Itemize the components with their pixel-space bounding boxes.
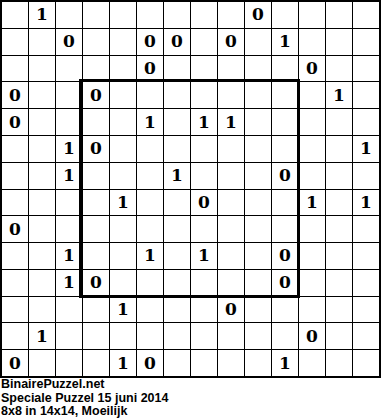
cell-r8c4[interactable]: [83, 190, 109, 216]
cell-r5c6: 1: [137, 109, 163, 135]
binary-puzzle-board: 1000001000010111101110101101110100101001…: [0, 0, 381, 378]
cell-r14c1: 0: [2, 350, 28, 376]
cell-r8c9[interactable]: [218, 190, 244, 216]
cell-r10c12[interactable]: [299, 243, 325, 269]
cell-r2c6: 0: [137, 29, 163, 55]
cell-r8c7[interactable]: [164, 190, 190, 216]
cell-r7c10[interactable]: [245, 163, 271, 189]
cell-r9c8[interactable]: [191, 216, 217, 242]
cell-r2c1[interactable]: [2, 29, 28, 55]
cell-r11c14[interactable]: [353, 270, 379, 296]
cell-r5c3[interactable]: [56, 109, 82, 135]
cell-r6c10[interactable]: [245, 136, 271, 162]
cell-r4c4: 0: [83, 82, 109, 108]
cell-r11c12[interactable]: [299, 270, 325, 296]
cell-r8c10[interactable]: [245, 190, 271, 216]
cell-r9c4[interactable]: [83, 216, 109, 242]
cell-r7c8[interactable]: [191, 163, 217, 189]
cell-r13c6[interactable]: [137, 323, 163, 349]
cell-r10c13[interactable]: [326, 243, 352, 269]
site-name: BinairePuzzel.net: [1, 378, 381, 392]
cell-r12c1[interactable]: [2, 297, 28, 323]
cell-r7c1[interactable]: [2, 163, 28, 189]
cell-r10c9[interactable]: [218, 243, 244, 269]
cell-r2c2[interactable]: [29, 29, 55, 55]
cell-r11c13[interactable]: [326, 270, 352, 296]
cell-r1c13[interactable]: [326, 2, 352, 28]
cell-r7c9[interactable]: [218, 163, 244, 189]
cell-r13c14[interactable]: [353, 323, 379, 349]
cell-r10c3: 1: [56, 243, 82, 269]
cell-r3c5[interactable]: [110, 56, 136, 82]
cell-r6c12[interactable]: [299, 136, 325, 162]
cell-r10c8: 1: [191, 243, 217, 269]
cell-r2c10[interactable]: [245, 29, 271, 55]
cell-r8c2[interactable]: [29, 190, 55, 216]
cell-r7c14[interactable]: [353, 163, 379, 189]
cell-r10c5[interactable]: [110, 243, 136, 269]
cell-r6c14: 1: [353, 136, 379, 162]
cell-r13c7[interactable]: [164, 323, 190, 349]
cell-r3c14[interactable]: [353, 56, 379, 82]
cell-r12c14[interactable]: [353, 297, 379, 323]
cell-r8c12: 1: [299, 190, 325, 216]
cell-r5c1: 0: [2, 109, 28, 135]
cell-r1c5[interactable]: [110, 2, 136, 28]
cell-r9c1: 0: [2, 216, 28, 242]
cell-r13c9[interactable]: [218, 323, 244, 349]
cell-r13c4[interactable]: [83, 323, 109, 349]
cell-r4c7[interactable]: [164, 82, 190, 108]
cell-r5c9: 1: [218, 109, 244, 135]
cell-r8c6[interactable]: [137, 190, 163, 216]
cell-r4c10[interactable]: [245, 82, 271, 108]
cell-r8c14: 1: [353, 190, 379, 216]
cell-r14c12[interactable]: [299, 350, 325, 376]
cell-r12c7[interactable]: [164, 297, 190, 323]
cell-r8c13[interactable]: [326, 190, 352, 216]
cell-r9c12[interactable]: [299, 216, 325, 242]
cell-r9c2[interactable]: [29, 216, 55, 242]
cell-r4c1: 0: [2, 82, 28, 108]
cell-r11c10[interactable]: [245, 270, 271, 296]
cell-r7c7: 1: [164, 163, 190, 189]
cell-r1c4[interactable]: [83, 2, 109, 28]
cell-r3c13[interactable]: [326, 56, 352, 82]
cell-r7c12[interactable]: [299, 163, 325, 189]
cell-r1c12[interactable]: [299, 2, 325, 28]
cell-r4c8[interactable]: [191, 82, 217, 108]
cell-r11c2[interactable]: [29, 270, 55, 296]
cell-r11c4: 0: [83, 270, 109, 296]
cell-r11c11: 0: [272, 270, 298, 296]
cell-r9c7[interactable]: [164, 216, 190, 242]
cell-r2c8[interactable]: [191, 29, 217, 55]
cell-r13c8[interactable]: [191, 323, 217, 349]
cell-r1c14[interactable]: [353, 2, 379, 28]
cell-r14c4[interactable]: [83, 350, 109, 376]
cell-r9c11[interactable]: [272, 216, 298, 242]
cell-r2c3: 0: [56, 29, 82, 55]
cell-r5c8: 1: [191, 109, 217, 135]
cell-r10c4[interactable]: [83, 243, 109, 269]
cell-r6c11[interactable]: [272, 136, 298, 162]
cell-r1c6[interactable]: [137, 2, 163, 28]
cell-r1c10: 0: [245, 2, 271, 28]
cell-r5c7[interactable]: [164, 109, 190, 135]
cell-r12c10[interactable]: [245, 297, 271, 323]
cell-r12c11[interactable]: [272, 297, 298, 323]
cell-r2c13[interactable]: [326, 29, 352, 55]
cell-r11c3: 1: [56, 270, 82, 296]
cell-r13c13[interactable]: [326, 323, 352, 349]
cell-r8c8: 0: [191, 190, 217, 216]
cell-r6c7[interactable]: [164, 136, 190, 162]
puzzle-spec: 8x8 in 14x14, Moeilijk: [1, 405, 381, 419]
cell-r13c11[interactable]: [272, 323, 298, 349]
cell-r9c3[interactable]: [56, 216, 82, 242]
cell-r13c5[interactable]: [110, 323, 136, 349]
cell-r13c1[interactable]: [2, 323, 28, 349]
cell-r14c10[interactable]: [245, 350, 271, 376]
cell-r8c5: 1: [110, 190, 136, 216]
cell-r5c5[interactable]: [110, 109, 136, 135]
cell-r4c12[interactable]: [299, 82, 325, 108]
cell-r4c5[interactable]: [110, 82, 136, 108]
cell-r4c11[interactable]: [272, 82, 298, 108]
cell-r3c3[interactable]: [56, 56, 82, 82]
cell-r2c5[interactable]: [110, 29, 136, 55]
cell-r8c1[interactable]: [2, 190, 28, 216]
cell-r11c8[interactable]: [191, 270, 217, 296]
cell-r4c6[interactable]: [137, 82, 163, 108]
cell-r7c11: 0: [272, 163, 298, 189]
cell-r5c4[interactable]: [83, 109, 109, 135]
cell-r3c7[interactable]: [164, 56, 190, 82]
cell-r9c9[interactable]: [218, 216, 244, 242]
cell-r1c8[interactable]: [191, 2, 217, 28]
cell-r3c9[interactable]: [218, 56, 244, 82]
cell-r7c6[interactable]: [137, 163, 163, 189]
cell-r11c5[interactable]: [110, 270, 136, 296]
cell-r11c6[interactable]: [137, 270, 163, 296]
cell-r6c1[interactable]: [2, 136, 28, 162]
cell-r4c9[interactable]: [218, 82, 244, 108]
cell-r14c14[interactable]: [353, 350, 379, 376]
cell-r4c3[interactable]: [56, 82, 82, 108]
cell-r3c4[interactable]: [83, 56, 109, 82]
cell-r4c2[interactable]: [29, 82, 55, 108]
cell-r13c12: 0: [299, 323, 325, 349]
cell-r6c8[interactable]: [191, 136, 217, 162]
cell-r14c2[interactable]: [29, 350, 55, 376]
cell-r5c13[interactable]: [326, 109, 352, 135]
cell-r1c1[interactable]: [2, 2, 28, 28]
cell-r7c4[interactable]: [83, 163, 109, 189]
cell-r13c10[interactable]: [245, 323, 271, 349]
cell-r7c2[interactable]: [29, 163, 55, 189]
cell-r14c5: 1: [110, 350, 136, 376]
cell-r3c6: 0: [137, 56, 163, 82]
cell-r7c13[interactable]: [326, 163, 352, 189]
cell-r13c3[interactable]: [56, 323, 82, 349]
cell-r11c9[interactable]: [218, 270, 244, 296]
cell-r12c2[interactable]: [29, 297, 55, 323]
cell-r12c5: 1: [110, 297, 136, 323]
cell-r3c10[interactable]: [245, 56, 271, 82]
cell-r6c6[interactable]: [137, 136, 163, 162]
cell-r4c13: 1: [326, 82, 352, 108]
cell-r14c13[interactable]: [326, 350, 352, 376]
cell-r10c2[interactable]: [29, 243, 55, 269]
cell-r3c1[interactable]: [2, 56, 28, 82]
cell-r13c2: 1: [29, 323, 55, 349]
cell-r3c11[interactable]: [272, 56, 298, 82]
cell-r8c3[interactable]: [56, 190, 82, 216]
cell-r3c8[interactable]: [191, 56, 217, 82]
cell-r10c1[interactable]: [2, 243, 28, 269]
cell-r2c4[interactable]: [83, 29, 109, 55]
cell-r6c13[interactable]: [326, 136, 352, 162]
cell-r4c14[interactable]: [353, 82, 379, 108]
cell-r12c12[interactable]: [299, 297, 325, 323]
footer: BinairePuzzel.net Speciale Puzzel 15 jun…: [1, 378, 381, 419]
cell-r2c9: 0: [218, 29, 244, 55]
cell-r2c12[interactable]: [299, 29, 325, 55]
cell-r12c8[interactable]: [191, 297, 217, 323]
cell-r8c11[interactable]: [272, 190, 298, 216]
cell-r1c2: 1: [29, 2, 55, 28]
cell-r2c14[interactable]: [353, 29, 379, 55]
cell-r14c6: 0: [137, 350, 163, 376]
puzzle-title: Speciale Puzzel 15 juni 2014: [1, 392, 381, 406]
cell-r1c9[interactable]: [218, 2, 244, 28]
cell-r9c10[interactable]: [245, 216, 271, 242]
cell-r9c13[interactable]: [326, 216, 352, 242]
cell-r5c2[interactable]: [29, 109, 55, 135]
cell-r10c7[interactable]: [164, 243, 190, 269]
cell-r5c10[interactable]: [245, 109, 271, 135]
cell-r2c11: 1: [272, 29, 298, 55]
cell-r3c12: 0: [299, 56, 325, 82]
cell-r12c9: 0: [218, 297, 244, 323]
cell-r14c9[interactable]: [218, 350, 244, 376]
cell-r6c3: 1: [56, 136, 82, 162]
cell-r5c14[interactable]: [353, 109, 379, 135]
cell-r14c7[interactable]: [164, 350, 190, 376]
cell-r3c2[interactable]: [29, 56, 55, 82]
cell-r9c6[interactable]: [137, 216, 163, 242]
cell-r5c12[interactable]: [299, 109, 325, 135]
cell-r1c7[interactable]: [164, 2, 190, 28]
cell-r12c13[interactable]: [326, 297, 352, 323]
cell-r12c3[interactable]: [56, 297, 82, 323]
cell-r10c14[interactable]: [353, 243, 379, 269]
cell-r1c3[interactable]: [56, 2, 82, 28]
cell-r14c11: 1: [272, 350, 298, 376]
cell-r6c4: 0: [83, 136, 109, 162]
cell-r1c11[interactable]: [272, 2, 298, 28]
cell-r7c5[interactable]: [110, 163, 136, 189]
cell-r9c14[interactable]: [353, 216, 379, 242]
cell-r7c3: 1: [56, 163, 82, 189]
cell-r11c1[interactable]: [2, 270, 28, 296]
cell-r10c6: 1: [137, 243, 163, 269]
cell-r6c5[interactable]: [110, 136, 136, 162]
cell-r12c4[interactable]: [83, 297, 109, 323]
cell-r14c3[interactable]: [56, 350, 82, 376]
cell-r5c11[interactable]: [272, 109, 298, 135]
cell-r2c7: 0: [164, 29, 190, 55]
cell-r9c5[interactable]: [110, 216, 136, 242]
cell-r12c6[interactable]: [137, 297, 163, 323]
cell-r14c8[interactable]: [191, 350, 217, 376]
cell-r10c10[interactable]: [245, 243, 271, 269]
cell-r10c11: 0: [272, 243, 298, 269]
cell-r6c9[interactable]: [218, 136, 244, 162]
cell-r6c2[interactable]: [29, 136, 55, 162]
cell-r11c7[interactable]: [164, 270, 190, 296]
